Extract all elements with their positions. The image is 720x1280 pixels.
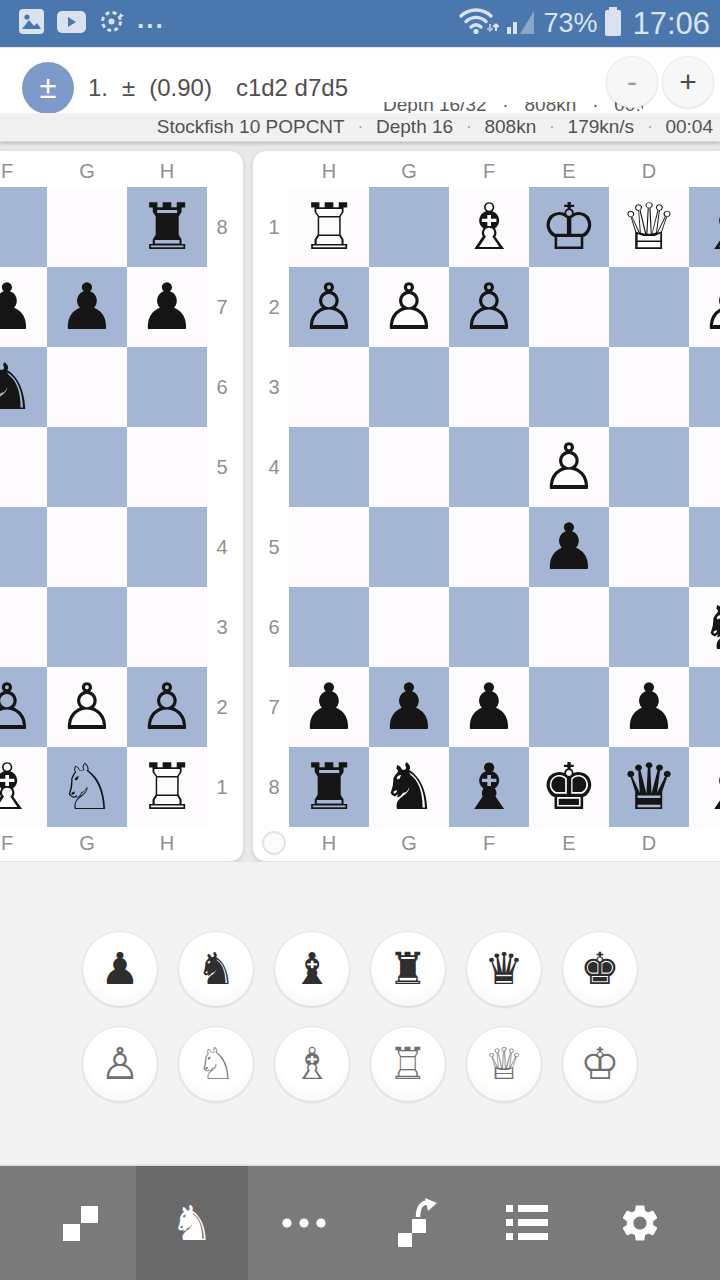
rank-label: 3 — [259, 347, 289, 427]
piece-black-bishop[interactable]: ♝ — [700, 747, 720, 827]
side-to-move-indicator[interactable] — [262, 831, 286, 855]
engine-eval-card: ± 1. ± (0.90) c1d2 d7d5 Depth 16/32 · 80… — [0, 48, 720, 142]
rank-label: 4 — [207, 507, 237, 587]
notification-icons: ... — [8, 8, 165, 39]
white-knight-icon: ♘ — [196, 1026, 235, 1102]
square-c7[interactable] — [689, 667, 720, 747]
palette-white-row: ♙♘♗♖♕♔ — [82, 1026, 638, 1102]
square-h1[interactable]: ♖ — [289, 187, 369, 267]
rank-label: 4 — [259, 427, 289, 507]
square-g7[interactable]: ♟ — [369, 667, 449, 747]
palette-white-queen[interactable]: ♕ — [466, 1026, 542, 1102]
file-label: G — [369, 155, 449, 187]
square-h4[interactable] — [127, 507, 207, 587]
file-label: D — [609, 827, 689, 859]
gear-icon — [618, 1201, 662, 1245]
square-g4[interactable] — [369, 427, 449, 507]
more-tab[interactable] — [248, 1166, 360, 1280]
palette-white-knight[interactable]: ♘ — [178, 1026, 254, 1102]
piece-palette: ♟♞♝♜♛♚ ♙♘♗♖♕♔ — [0, 862, 720, 1166]
palette-black-king[interactable]: ♚ — [562, 931, 638, 1007]
piece-white-king[interactable]: ♔ — [540, 187, 597, 267]
square-e3[interactable] — [529, 347, 609, 427]
square-f4[interactable] — [449, 427, 529, 507]
file-label: G — [47, 827, 127, 859]
rank-label: 1 — [259, 187, 289, 267]
square-h3[interactable] — [289, 347, 369, 427]
bottom-toolbar: ♞ — [0, 1166, 720, 1280]
square-g6[interactable] — [47, 347, 127, 427]
piece-white-pawn[interactable]: ♙ — [300, 267, 357, 347]
square-f5[interactable] — [0, 427, 47, 507]
palette-white-king[interactable]: ♔ — [562, 1026, 638, 1102]
square-f6[interactable]: ♞ — [0, 347, 47, 427]
rank-label: 8 — [259, 747, 289, 827]
piece-white-bishop[interactable]: ♗ — [0, 747, 36, 827]
battery-percent: 73% — [543, 8, 597, 39]
square-f3[interactable] — [449, 347, 529, 427]
piece-black-knight[interactable]: ♞ — [380, 747, 437, 827]
piece-white-pawn[interactable]: ♙ — [540, 427, 597, 507]
gallery-icon — [18, 8, 45, 39]
white-pawn-icon: ♙ — [100, 1026, 139, 1102]
engine-depth: Depth 16 — [376, 116, 453, 138]
move-number: 1. — [88, 74, 108, 102]
board-corner — [207, 827, 237, 859]
more-notifications: ... — [137, 9, 165, 29]
piece-black-pawn[interactable]: ♟ — [0, 267, 36, 347]
square-d4[interactable] — [609, 427, 689, 507]
piece-black-queen[interactable]: ♛ — [620, 747, 677, 827]
square-d6[interactable] — [609, 587, 689, 667]
piece-white-bishop[interactable]: ♗ — [460, 187, 517, 267]
file-label: G — [47, 155, 127, 187]
square-f2[interactable]: ♙ — [449, 267, 529, 347]
square-e5[interactable]: ♟ — [529, 507, 609, 587]
piece-white-knight[interactable]: ♘ — [58, 747, 115, 827]
square-f3[interactable] — [0, 587, 47, 667]
black-queen-icon: ♛ — [484, 931, 523, 1007]
square-g3[interactable] — [369, 347, 449, 427]
pv-moves: c1d2 d7d5 — [236, 74, 348, 102]
file-label: F — [449, 827, 529, 859]
palette-black-rook[interactable]: ♜ — [370, 931, 446, 1007]
square-f1[interactable]: ♗ — [449, 187, 529, 267]
piece-black-knight[interactable]: ♞ — [700, 587, 720, 667]
rank-label: 6 — [259, 587, 289, 667]
file-label: H — [127, 827, 207, 859]
square-d7[interactable]: ♟ — [609, 667, 689, 747]
square-h2[interactable]: ♙ — [289, 267, 369, 347]
square-h5[interactable] — [289, 507, 369, 587]
square-g5[interactable] — [47, 427, 127, 507]
square-f7[interactable]: ♟ — [0, 267, 47, 347]
square-h7[interactable]: ♟ — [127, 267, 207, 347]
engine-status-strip: Stockfish 10 POPCNT · Depth 16 · 808kn ·… — [0, 113, 720, 142]
palette-white-bishop[interactable]: ♗ — [274, 1026, 350, 1102]
square-d2[interactable] — [609, 267, 689, 347]
rank-label: 8 — [207, 187, 237, 267]
square-g6[interactable] — [369, 587, 449, 667]
clock: 17:06 — [632, 6, 710, 42]
file-label: H — [289, 827, 369, 859]
square-f4[interactable] — [0, 507, 47, 587]
square-e1[interactable]: ♔ — [529, 187, 609, 267]
square-e2[interactable] — [529, 267, 609, 347]
file-label: F — [0, 827, 47, 859]
file-label: H — [289, 155, 369, 187]
piece-white-pawn[interactable]: ♙ — [58, 667, 115, 747]
square-c6[interactable]: ♞ — [689, 587, 720, 667]
white-king-icon: ♔ — [580, 1026, 619, 1102]
youtube-icon — [57, 11, 86, 37]
rank-label: 5 — [259, 507, 289, 587]
move-tab[interactable] — [360, 1166, 472, 1280]
file-label: E — [529, 155, 609, 187]
piece-white-pawn[interactable]: ♙ — [0, 667, 36, 747]
rank-label: 2 — [207, 667, 237, 747]
piece-black-bishop[interactable]: ♝ — [460, 747, 517, 827]
rank-label: 7 — [259, 667, 289, 747]
square-c1[interactable]: ♗ — [689, 187, 720, 267]
board-corner — [259, 155, 289, 187]
piece-white-pawn[interactable]: ♙ — [380, 267, 437, 347]
square-f6[interactable] — [449, 587, 529, 667]
boards-icon — [58, 1201, 102, 1245]
square-c2[interactable]: ♙ — [689, 267, 720, 347]
rank-label: 3 — [207, 587, 237, 667]
square-h8[interactable]: ♜ — [289, 747, 369, 827]
board-corner — [207, 155, 237, 187]
file-label: E — [529, 827, 609, 859]
eval-line: 1. ± (0.90) c1d2 d7d5 — [88, 74, 362, 102]
eval-symbol: ± — [122, 74, 135, 102]
square-c4[interactable] — [689, 427, 720, 507]
square-h2[interactable]: ♙ — [127, 667, 207, 747]
piece-black-rook[interactable]: ♜ — [300, 747, 357, 827]
auto-rotate-icon — [98, 8, 125, 39]
piece-white-queen[interactable]: ♕ — [620, 187, 677, 267]
rank-label: 1 — [207, 747, 237, 827]
square-d3[interactable] — [609, 347, 689, 427]
board-corner — [259, 827, 289, 859]
wifi-icon — [459, 6, 499, 42]
square-h6[interactable] — [127, 347, 207, 427]
square-c3[interactable] — [689, 347, 720, 427]
engine-speed: 179kn/s — [568, 116, 635, 138]
boards-tab[interactable] — [24, 1166, 136, 1280]
engine-nodes: 808kn — [484, 116, 536, 138]
status-cluster: 73% 17:06 — [459, 6, 712, 42]
palette-black-knight[interactable]: ♞ — [178, 931, 254, 1007]
black-king-icon: ♚ — [580, 931, 619, 1007]
board-card-right: HGFEDCBA1♖♗♔♕♗2♙♙♙♙34♙5♟6♞7♟♟♟♟8♜♞♝♚♛♝HG… — [252, 150, 720, 862]
file-label: H — [127, 155, 207, 187]
app-screen: ... 73% 17:06 ± 1. ± (0.90) c1d2 d7d5 De… — [0, 0, 720, 1280]
chess-board-right: HGFEDCBA1♖♗♔♕♗2♙♙♙♙34♙5♟6♞7♟♟♟♟8♜♞♝♚♛♝HG… — [259, 155, 720, 859]
file-label: C — [689, 827, 720, 859]
piece-white-rook[interactable]: ♖ — [138, 747, 195, 827]
chess-board-left: ABCDEFGH♜8♟♟♟7♞6543♙♙♙2♗♘♖1ABCDEFGH — [0, 155, 235, 859]
piece-black-pawn[interactable]: ♟ — [380, 667, 437, 747]
palette-black-queen[interactable]: ♛ — [466, 931, 542, 1007]
pieces-tab[interactable]: ♞ — [136, 1166, 248, 1280]
palette-white-rook[interactable]: ♖ — [370, 1026, 446, 1102]
black-pawn-icon: ♟ — [100, 931, 139, 1007]
black-knight-icon: ♞ — [196, 931, 235, 1007]
square-g4[interactable] — [47, 507, 127, 587]
square-f2[interactable]: ♙ — [0, 667, 47, 747]
palette-white-pawn[interactable]: ♙ — [82, 1026, 158, 1102]
list-tab[interactable] — [472, 1166, 584, 1280]
piece-white-pawn[interactable]: ♙ — [460, 267, 517, 347]
eval-score: (0.90) — [149, 74, 212, 102]
piece-white-bishop[interactable]: ♗ — [700, 187, 720, 267]
square-g7[interactable]: ♟ — [47, 267, 127, 347]
square-h1[interactable]: ♖ — [127, 747, 207, 827]
settings-tab[interactable] — [584, 1166, 696, 1280]
square-g1[interactable] — [369, 187, 449, 267]
engine-name: Stockfish 10 POPCNT — [157, 116, 345, 138]
square-d1[interactable]: ♕ — [609, 187, 689, 267]
piece-black-pawn[interactable]: ♟ — [620, 667, 677, 747]
move-piece-icon — [392, 1197, 440, 1249]
black-rook-icon: ♜ — [388, 931, 427, 1007]
square-h6[interactable] — [289, 587, 369, 667]
piece-white-pawn[interactable]: ♙ — [138, 667, 195, 747]
status-bar: ... 73% 17:06 — [0, 0, 720, 47]
rank-label: 2 — [259, 267, 289, 347]
square-c8[interactable]: ♝ — [689, 747, 720, 827]
black-bishop-icon: ♝ — [292, 931, 331, 1007]
square-d5[interactable] — [609, 507, 689, 587]
decrease-lines-button[interactable]: - — [606, 56, 658, 108]
increase-lines-button[interactable]: + — [662, 56, 714, 108]
square-d8[interactable]: ♛ — [609, 747, 689, 827]
square-g2[interactable]: ♙ — [47, 667, 127, 747]
square-h5[interactable] — [127, 427, 207, 507]
square-h3[interactable] — [127, 587, 207, 667]
white-queen-icon: ♕ — [484, 1026, 523, 1102]
file-label: C — [689, 155, 720, 187]
square-f8[interactable]: ♝ — [449, 747, 529, 827]
piece-black-pawn[interactable]: ♟ — [540, 507, 597, 587]
square-g1[interactable]: ♘ — [47, 747, 127, 827]
white-rook-icon: ♖ — [388, 1026, 427, 1102]
white-bishop-icon: ♗ — [292, 1026, 331, 1102]
palette-black-bishop[interactable]: ♝ — [274, 931, 350, 1007]
square-h4[interactable] — [289, 427, 369, 507]
piece-white-pawn[interactable]: ♙ — [700, 267, 720, 347]
file-label: G — [369, 827, 449, 859]
piece-black-knight[interactable]: ♞ — [0, 347, 36, 427]
piece-black-king[interactable]: ♚ — [540, 747, 597, 827]
eval-badge[interactable]: ± — [22, 62, 74, 114]
signal-icon — [506, 9, 536, 39]
piece-black-pawn[interactable]: ♟ — [138, 267, 195, 347]
square-g2[interactable]: ♙ — [369, 267, 449, 347]
file-label: F — [0, 155, 47, 187]
palette-black-row: ♟♞♝♜♛♚ — [82, 931, 638, 1007]
square-e7[interactable] — [529, 667, 609, 747]
square-f5[interactable] — [449, 507, 529, 587]
rank-label: 7 — [207, 267, 237, 347]
rank-label: 5 — [207, 427, 237, 507]
square-f1[interactable]: ♗ — [0, 747, 47, 827]
rank-label: 6 — [207, 347, 237, 427]
ellipsis-icon — [281, 1217, 327, 1229]
list-icon — [506, 1203, 550, 1243]
square-g3[interactable] — [47, 587, 127, 667]
square-g5[interactable] — [369, 507, 449, 587]
file-label: F — [449, 155, 529, 187]
square-h7[interactable]: ♟ — [289, 667, 369, 747]
battery-icon — [604, 7, 622, 41]
square-e6[interactable] — [529, 587, 609, 667]
piece-black-pawn[interactable]: ♟ — [58, 267, 115, 347]
square-g8[interactable] — [47, 187, 127, 267]
square-e8[interactable]: ♚ — [529, 747, 609, 827]
piece-black-pawn[interactable]: ♟ — [460, 667, 517, 747]
piece-black-pawn[interactable]: ♟ — [300, 667, 357, 747]
square-g8[interactable]: ♞ — [369, 747, 449, 827]
knight-icon: ♞ — [170, 1199, 213, 1247]
square-c5[interactable] — [689, 507, 720, 587]
board-card-left: ABCDEFGH♜8♟♟♟7♞6543♙♙♙2♗♘♖1ABCDEFGH — [0, 150, 244, 862]
square-f8[interactable] — [0, 187, 47, 267]
engine-time: 00:04 — [665, 116, 713, 138]
palette-black-pawn[interactable]: ♟ — [82, 931, 158, 1007]
square-e4[interactable]: ♙ — [529, 427, 609, 507]
piece-black-rook[interactable]: ♜ — [138, 187, 195, 267]
square-f7[interactable]: ♟ — [449, 667, 529, 747]
square-h8[interactable]: ♜ — [127, 187, 207, 267]
piece-white-rook[interactable]: ♖ — [300, 187, 357, 267]
file-label: D — [609, 155, 689, 187]
